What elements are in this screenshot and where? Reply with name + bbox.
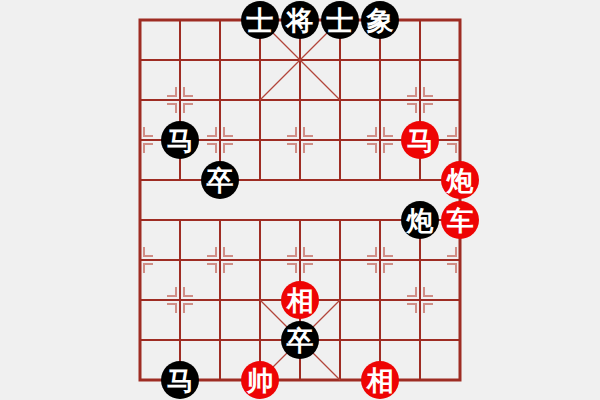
piece-black-advisor[interactable]: 士 <box>241 1 279 39</box>
piece-black-soldier[interactable]: 卒 <box>201 161 239 199</box>
piece-black-general[interactable]: 将 <box>281 1 319 39</box>
board-grid[interactable]: 士将士象马马卒炮炮车相卒马帅相 <box>120 0 480 400</box>
piece-black-advisor[interactable]: 士 <box>321 1 359 39</box>
piece-black-cannon[interactable]: 炮 <box>401 201 439 239</box>
piece-red-elephant[interactable]: 相 <box>281 281 319 319</box>
xiangqi-board: 士将士象马马卒炮炮车相卒马帅相 <box>0 0 600 400</box>
piece-black-horse[interactable]: 马 <box>161 121 199 159</box>
piece-red-elephant[interactable]: 相 <box>361 361 399 399</box>
piece-black-soldier[interactable]: 卒 <box>281 321 319 359</box>
piece-red-horse[interactable]: 马 <box>401 121 439 159</box>
piece-red-cannon[interactable]: 炮 <box>441 161 479 199</box>
piece-black-elephant[interactable]: 象 <box>361 1 399 39</box>
piece-red-general[interactable]: 帅 <box>241 361 279 399</box>
piece-black-horse[interactable]: 马 <box>161 361 199 399</box>
piece-red-chariot[interactable]: 车 <box>441 201 479 239</box>
